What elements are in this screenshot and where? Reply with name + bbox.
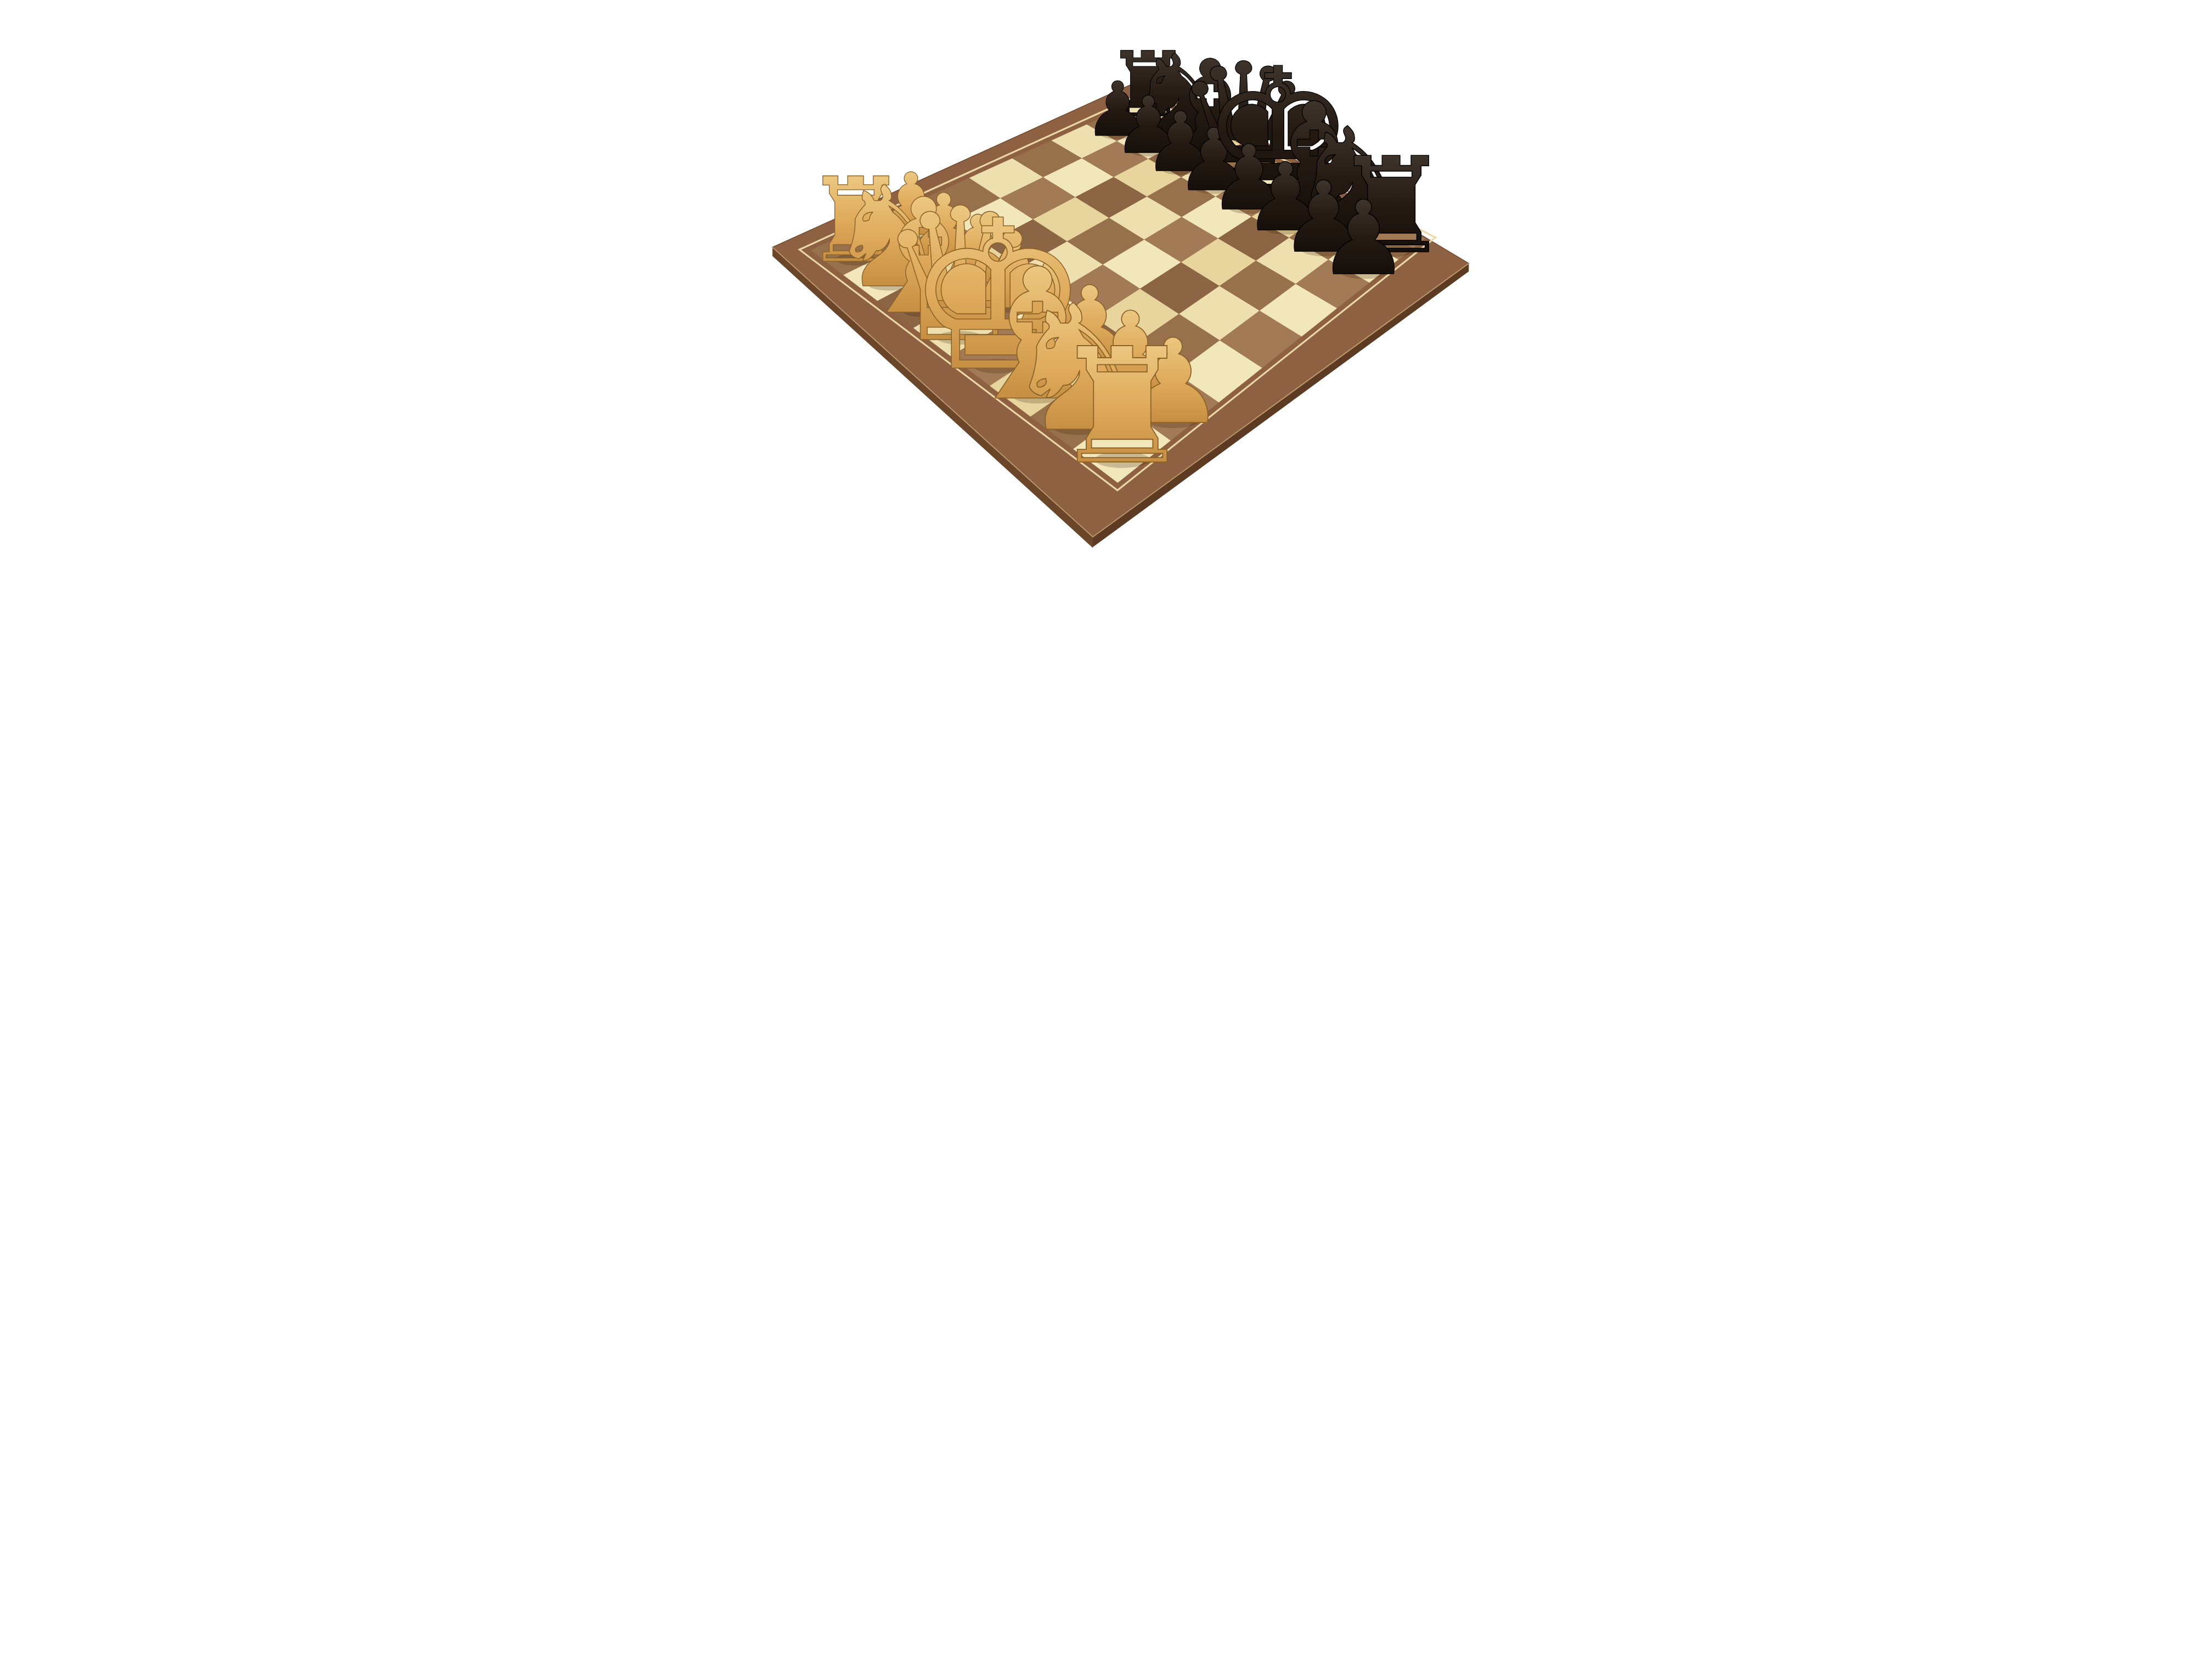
piece-white-rook-h1: ♜ (1051, 314, 1193, 499)
pieces: ♜♟♞♟♝♟♛♟♚♟♝♟♞♟♟♜♟♜♟♟♞♟♝♟♛♟♚♟♝♟♞♜ (803, 30, 1451, 499)
piece-black-pawn-h7: ♟ (1318, 179, 1409, 298)
chess-set-photo: ♜♟♞♟♝♟♛♟♚♟♝♟♞♟♟♜♟♜♟♟♞♟♝♟♛♟♚♟♝♟♞♜ (737, 0, 1475, 553)
chess-board: ♜♟♞♟♝♟♛♟♚♟♝♟♞♟♟♜♟♜♟♟♞♟♝♟♛♟♚♟♝♟♞♜ (737, 0, 1475, 553)
